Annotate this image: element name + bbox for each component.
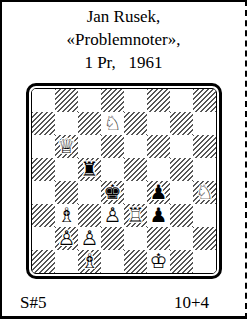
author-line: Jan Rusek, (2, 5, 245, 28)
square-h6 (193, 135, 216, 158)
piece-glyph: ♚ (101, 181, 124, 204)
square-e6 (124, 135, 147, 158)
black-pawn-piece: ♟♟ (147, 181, 170, 204)
piece-glyph: ♗ (55, 204, 78, 227)
piece-glyph: ♘ (101, 112, 124, 135)
white-pawn-piece: ♟♙ (55, 227, 78, 250)
piece-glyph: ♔ (147, 250, 170, 273)
square-g8 (170, 89, 193, 112)
square-d4: ♚♚ (101, 181, 124, 204)
square-d8 (101, 89, 124, 112)
problem-footer: S#5 10+4 (2, 292, 245, 314)
square-h3 (193, 204, 216, 227)
square-c8 (78, 89, 101, 112)
black-pawn-piece: ♟♟ (147, 204, 170, 227)
square-e7 (124, 112, 147, 135)
square-c3 (78, 204, 101, 227)
square-b4 (55, 181, 78, 204)
square-h2 (193, 227, 216, 250)
square-c4 (78, 181, 101, 204)
chess-problem-card: Jan Rusek, «Problemnoter», 1 Pr, 1961 ♞♘… (0, 0, 247, 319)
white-rook-piece: ♜♖ (124, 204, 147, 227)
stipulation-label: S#5 (20, 292, 46, 314)
white-knight-piece: ♞♘ (193, 181, 216, 204)
square-b8 (55, 89, 78, 112)
square-d5 (101, 158, 124, 181)
piece-glyph: ♙ (55, 227, 78, 250)
square-a3 (32, 204, 55, 227)
square-f4: ♟♟ (147, 181, 170, 204)
square-d6 (101, 135, 124, 158)
square-h5 (193, 158, 216, 181)
square-g3 (170, 204, 193, 227)
piece-glyph: ♙ (101, 204, 124, 227)
square-e8 (124, 89, 147, 112)
problem-header: Jan Rusek, «Problemnoter», 1 Pr, 1961 (2, 2, 245, 74)
square-a5 (32, 158, 55, 181)
square-c6 (78, 135, 101, 158)
square-c2: ♟♙ (78, 227, 101, 250)
square-d2 (101, 227, 124, 250)
white-knight-piece: ♞♘ (101, 112, 124, 135)
square-h7 (193, 112, 216, 135)
square-b7 (55, 112, 78, 135)
black-rook-piece: ♜♜ (78, 158, 101, 181)
piece-glyph: ♘ (193, 181, 216, 204)
square-f3: ♟♟ (147, 204, 170, 227)
square-g5 (170, 158, 193, 181)
white-bishop-piece: ♝♗ (78, 250, 101, 273)
piece-glyph: ♙ (78, 227, 101, 250)
square-a6 (32, 135, 55, 158)
black-king-piece: ♚♚ (101, 181, 124, 204)
square-f7 (147, 112, 170, 135)
square-g4 (170, 181, 193, 204)
square-b1 (55, 250, 78, 273)
source-line: «Problemnoter», (2, 28, 245, 51)
square-d1 (101, 250, 124, 273)
square-a7 (32, 112, 55, 135)
square-e2 (124, 227, 147, 250)
square-f1: ♚♔ (147, 250, 170, 273)
square-b2: ♟♙ (55, 227, 78, 250)
square-a4 (32, 181, 55, 204)
square-e5 (124, 158, 147, 181)
square-e1 (124, 250, 147, 273)
square-h4: ♞♘ (193, 181, 216, 204)
white-pawn-piece: ♟♙ (78, 227, 101, 250)
square-f5 (147, 158, 170, 181)
material-count-label: 10+4 (174, 292, 209, 314)
square-d3: ♟♙ (101, 204, 124, 227)
square-e3: ♜♖ (124, 204, 147, 227)
square-b3: ♝♗ (55, 204, 78, 227)
square-f2 (147, 227, 170, 250)
square-b6: ♛♕ (55, 135, 78, 158)
piece-glyph: ♜ (78, 158, 101, 181)
piece-glyph: ♗ (78, 250, 101, 273)
piece-glyph: ♖ (124, 204, 147, 227)
award-line: 1 Pr, 1961 (2, 51, 245, 74)
square-a1 (32, 250, 55, 273)
square-g1 (170, 250, 193, 273)
square-c5: ♜♜ (78, 158, 101, 181)
square-b5 (55, 158, 78, 181)
piece-glyph: ♟ (147, 204, 170, 227)
square-c7 (78, 112, 101, 135)
square-g6 (170, 135, 193, 158)
square-d7: ♞♘ (101, 112, 124, 135)
white-pawn-piece: ♟♙ (101, 204, 124, 227)
piece-glyph: ♕ (55, 135, 78, 158)
white-king-piece: ♚♔ (147, 250, 170, 273)
square-a8 (32, 89, 55, 112)
chess-board: ♞♘♛♕♜♜♚♚♟♟♞♘♝♗♟♙♜♖♟♟♟♙♟♙♝♗♚♔ (32, 89, 216, 273)
white-queen-piece: ♛♕ (55, 135, 78, 158)
chess-board-frame: ♞♘♛♕♜♜♚♚♟♟♞♘♝♗♟♙♜♖♟♟♟♙♟♙♝♗♚♔ (26, 83, 222, 279)
square-e4 (124, 181, 147, 204)
square-c1: ♝♗ (78, 250, 101, 273)
white-bishop-piece: ♝♗ (55, 204, 78, 227)
square-g7 (170, 112, 193, 135)
square-a2 (32, 227, 55, 250)
piece-glyph: ♟ (147, 181, 170, 204)
square-f8 (147, 89, 170, 112)
square-h8 (193, 89, 216, 112)
chess-board-inner-border: ♞♘♛♕♜♜♚♚♟♟♞♘♝♗♟♙♜♖♟♟♟♙♟♙♝♗♚♔ (31, 88, 217, 274)
square-f6 (147, 135, 170, 158)
square-g2 (170, 227, 193, 250)
square-h1 (193, 250, 216, 273)
